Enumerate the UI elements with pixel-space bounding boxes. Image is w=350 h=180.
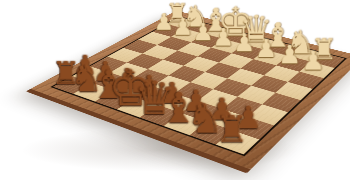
white-knight: ♞	[286, 27, 315, 58]
square-d6	[175, 82, 214, 100]
white-pawn: ♟	[154, 11, 175, 33]
black-pawn: ♟	[73, 53, 97, 78]
white-bishop: ♝	[263, 20, 293, 52]
white-rook: ♜	[166, 1, 189, 25]
black-rook: ♜	[52, 59, 80, 89]
white-rook: ♜	[311, 36, 337, 64]
chess-set-photo: ♜♞♝♚♛♝♞♜♟♟♟♟♟♟♟♟♟♟♟♟♟♟♟♟♜♞♝♚♛♝♞♜	[0, 0, 350, 180]
